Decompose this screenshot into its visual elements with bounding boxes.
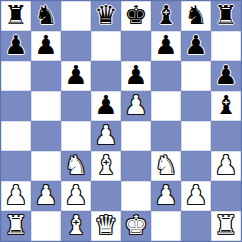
square-h4[interactable]	[211, 121, 241, 151]
square-b5[interactable]	[31, 91, 61, 121]
black-rook-piece[interactable]: ♜	[214, 1, 237, 30]
square-f6[interactable]	[151, 61, 181, 91]
square-h3[interactable]: ♟	[211, 151, 241, 181]
square-h5[interactable]: ♝	[211, 91, 241, 121]
square-f7[interactable]: ♟	[151, 31, 181, 61]
black-bishop-piece[interactable]: ♝	[154, 1, 177, 30]
black-pawn-piece[interactable]: ♟	[34, 31, 57, 60]
white-bishop-piece[interactable]: ♝	[64, 211, 87, 240]
square-g1[interactable]	[181, 211, 211, 241]
square-a3[interactable]	[1, 151, 31, 181]
white-pawn-piece[interactable]: ♟	[4, 181, 27, 210]
square-f4[interactable]	[151, 121, 181, 151]
square-b2[interactable]: ♟	[31, 181, 61, 211]
chess-board-container: ♜♞♛♚♝♞♜♟♟♟♟♟♟♟♟♟♝♟♞♝♞♟♟♟♟♟♟♜♝♛♚♜	[0, 0, 242, 242]
square-b7[interactable]: ♟	[31, 31, 61, 61]
square-e7[interactable]	[121, 31, 151, 61]
square-f5[interactable]	[151, 91, 181, 121]
square-f2[interactable]: ♟	[151, 181, 181, 211]
black-pawn-piece[interactable]: ♟	[64, 61, 87, 90]
square-f1[interactable]	[151, 211, 181, 241]
black-pawn-piece[interactable]: ♟	[184, 31, 207, 60]
square-f3[interactable]: ♞	[151, 151, 181, 181]
square-f8[interactable]: ♝	[151, 1, 181, 31]
square-b3[interactable]	[31, 151, 61, 181]
square-c8[interactable]	[61, 1, 91, 31]
white-king-piece[interactable]: ♚	[124, 211, 147, 240]
square-g5[interactable]	[181, 91, 211, 121]
square-a2[interactable]: ♟	[1, 181, 31, 211]
square-a4[interactable]	[1, 121, 31, 151]
square-e2[interactable]	[121, 181, 151, 211]
black-knight-piece[interactable]: ♞	[184, 1, 207, 30]
square-d6[interactable]	[91, 61, 121, 91]
square-e3[interactable]	[121, 151, 151, 181]
square-e4[interactable]	[121, 121, 151, 151]
square-h6[interactable]: ♟	[211, 61, 241, 91]
white-pawn-piece[interactable]: ♟	[184, 181, 207, 210]
black-pawn-piece[interactable]: ♟	[124, 61, 147, 90]
black-knight-piece[interactable]: ♞	[34, 1, 57, 30]
black-pawn-piece[interactable]: ♟	[94, 91, 117, 120]
square-c3[interactable]: ♞	[61, 151, 91, 181]
white-pawn-piece[interactable]: ♟	[124, 91, 147, 120]
square-a8[interactable]: ♜	[1, 1, 31, 31]
square-g3[interactable]	[181, 151, 211, 181]
square-g7[interactable]: ♟	[181, 31, 211, 61]
square-c7[interactable]	[61, 31, 91, 61]
black-bishop-piece[interactable]: ♝	[214, 91, 237, 120]
square-g8[interactable]: ♞	[181, 1, 211, 31]
white-knight-piece[interactable]: ♞	[64, 151, 87, 180]
square-a7[interactable]: ♟	[1, 31, 31, 61]
white-bishop-piece[interactable]: ♝	[94, 151, 117, 180]
square-d4[interactable]: ♟	[91, 121, 121, 151]
square-b8[interactable]: ♞	[31, 1, 61, 31]
white-pawn-piece[interactable]: ♟	[214, 151, 237, 180]
square-c4[interactable]	[61, 121, 91, 151]
square-c2[interactable]: ♟	[61, 181, 91, 211]
square-g2[interactable]: ♟	[181, 181, 211, 211]
square-h2[interactable]	[211, 181, 241, 211]
black-pawn-piece[interactable]: ♟	[214, 61, 237, 90]
white-pawn-piece[interactable]: ♟	[64, 181, 87, 210]
square-e1[interactable]: ♚	[121, 211, 151, 241]
square-c1[interactable]: ♝	[61, 211, 91, 241]
square-h7[interactable]	[211, 31, 241, 61]
black-rook-piece[interactable]: ♜	[4, 1, 27, 30]
square-b6[interactable]	[31, 61, 61, 91]
square-c5[interactable]	[61, 91, 91, 121]
square-e8[interactable]: ♚	[121, 1, 151, 31]
square-d7[interactable]	[91, 31, 121, 61]
chess-board: ♜♞♛♚♝♞♜♟♟♟♟♟♟♟♟♟♝♟♞♝♞♟♟♟♟♟♟♜♝♛♚♜	[0, 0, 242, 242]
square-a6[interactable]	[1, 61, 31, 91]
black-pawn-piece[interactable]: ♟	[154, 31, 177, 60]
black-queen-piece[interactable]: ♛	[94, 1, 117, 30]
black-pawn-piece[interactable]: ♟	[4, 31, 27, 60]
square-d8[interactable]: ♛	[91, 1, 121, 31]
white-knight-piece[interactable]: ♞	[154, 151, 177, 180]
white-pawn-piece[interactable]: ♟	[94, 121, 117, 150]
square-h8[interactable]: ♜	[211, 1, 241, 31]
square-g4[interactable]	[181, 121, 211, 151]
square-a1[interactable]: ♜	[1, 211, 31, 241]
square-a5[interactable]	[1, 91, 31, 121]
square-c6[interactable]: ♟	[61, 61, 91, 91]
white-rook-piece[interactable]: ♜	[4, 211, 27, 240]
square-e6[interactable]: ♟	[121, 61, 151, 91]
square-b4[interactable]	[31, 121, 61, 151]
square-d2[interactable]	[91, 181, 121, 211]
square-g6[interactable]	[181, 61, 211, 91]
square-d5[interactable]: ♟	[91, 91, 121, 121]
white-pawn-piece[interactable]: ♟	[154, 181, 177, 210]
square-d1[interactable]: ♛	[91, 211, 121, 241]
white-queen-piece[interactable]: ♛	[94, 211, 117, 240]
square-d3[interactable]: ♝	[91, 151, 121, 181]
black-king-piece[interactable]: ♚	[124, 1, 147, 30]
white-pawn-piece[interactable]: ♟	[34, 181, 57, 210]
square-h1[interactable]: ♜	[211, 211, 241, 241]
square-e5[interactable]: ♟	[121, 91, 151, 121]
white-rook-piece[interactable]: ♜	[214, 211, 237, 240]
square-b1[interactable]	[31, 211, 61, 241]
